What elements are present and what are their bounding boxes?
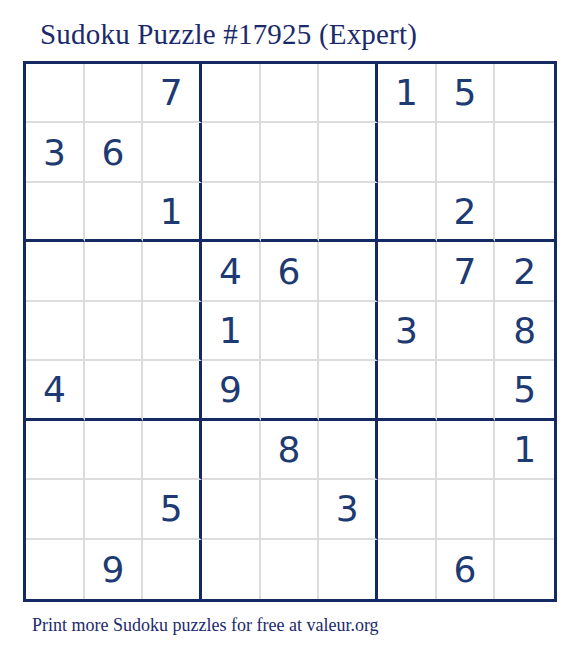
- cell-r6c7: [378, 361, 437, 420]
- cell-r8c7: [378, 480, 437, 539]
- cell-r3c3: 1: [143, 183, 202, 242]
- cell-r8c4: [202, 480, 261, 539]
- cell-r5c2: [85, 302, 144, 361]
- cell-r8c2: [85, 480, 144, 539]
- cell-r6c6: [319, 361, 378, 420]
- cell-r8c3: 5: [143, 480, 202, 539]
- cell-r6c5: [261, 361, 320, 420]
- cell-r7c1: [26, 421, 85, 480]
- cell-r9c5: [261, 540, 320, 599]
- cell-r8c6: 3: [319, 480, 378, 539]
- cell-r1c7: 1: [378, 64, 437, 123]
- cell-r9c8: 6: [437, 540, 496, 599]
- cell-r9c6: [319, 540, 378, 599]
- cell-r1c5: [261, 64, 320, 123]
- cell-r3c8: 2: [437, 183, 496, 242]
- cell-r9c2: 9: [85, 540, 144, 599]
- cell-r5c4: 1: [202, 302, 261, 361]
- cell-r5c8: [437, 302, 496, 361]
- cell-r6c8: [437, 361, 496, 420]
- cell-r1c4: [202, 64, 261, 123]
- cell-r6c3: [143, 361, 202, 420]
- cell-r1c2: [85, 64, 144, 123]
- cell-r4c3: [143, 242, 202, 301]
- cell-r4c4: 4: [202, 242, 261, 301]
- cell-r1c9: [495, 64, 554, 123]
- cell-r7c9: 1: [495, 421, 554, 480]
- cell-r2c1: 3: [26, 123, 85, 182]
- cell-r7c8: [437, 421, 496, 480]
- cell-r3c7: [378, 183, 437, 242]
- cell-r3c2: [85, 183, 144, 242]
- cell-r6c2: [85, 361, 144, 420]
- page-title: Sudoku Puzzle #17925 (Expert): [40, 18, 417, 51]
- cell-r8c9: [495, 480, 554, 539]
- cell-r2c6: [319, 123, 378, 182]
- cell-r8c1: [26, 480, 85, 539]
- cell-r7c7: [378, 421, 437, 480]
- cell-r5c1: [26, 302, 85, 361]
- cell-r4c1: [26, 242, 85, 301]
- cell-r9c3: [143, 540, 202, 599]
- cell-r2c8: [437, 123, 496, 182]
- cell-r4c2: [85, 242, 144, 301]
- cell-r1c6: [319, 64, 378, 123]
- cell-r9c1: [26, 540, 85, 599]
- cell-r4c8: 7: [437, 242, 496, 301]
- cell-r5c5: [261, 302, 320, 361]
- cell-r4c9: 2: [495, 242, 554, 301]
- cell-r1c1: [26, 64, 85, 123]
- cell-r9c7: [378, 540, 437, 599]
- cell-r3c9: [495, 183, 554, 242]
- cell-r2c3: [143, 123, 202, 182]
- cell-r6c4: 9: [202, 361, 261, 420]
- cell-r7c4: [202, 421, 261, 480]
- cell-r4c6: [319, 242, 378, 301]
- cell-r3c6: [319, 183, 378, 242]
- cell-r9c4: [202, 540, 261, 599]
- cell-r2c9: [495, 123, 554, 182]
- cell-r5c6: [319, 302, 378, 361]
- cell-r8c8: [437, 480, 496, 539]
- cell-r3c1: [26, 183, 85, 242]
- cell-r5c9: 8: [495, 302, 554, 361]
- cell-r3c5: [261, 183, 320, 242]
- sudoku-page: Sudoku Puzzle #17925 (Expert) 7153612467…: [0, 0, 580, 651]
- cell-r6c1: 4: [26, 361, 85, 420]
- cell-r1c8: 5: [437, 64, 496, 123]
- cell-r4c7: [378, 242, 437, 301]
- cell-r5c3: [143, 302, 202, 361]
- cell-r3c4: [202, 183, 261, 242]
- cell-r2c5: [261, 123, 320, 182]
- cell-r6c9: 5: [495, 361, 554, 420]
- cell-r2c2: 6: [85, 123, 144, 182]
- cell-r4c5: 6: [261, 242, 320, 301]
- cell-r5c7: 3: [378, 302, 437, 361]
- cell-r8c5: [261, 480, 320, 539]
- sudoku-grid: 71536124672138495815396: [23, 61, 557, 602]
- cell-r7c3: [143, 421, 202, 480]
- cell-r7c6: [319, 421, 378, 480]
- cell-r1c3: 7: [143, 64, 202, 123]
- footer-text: Print more Sudoku puzzles for free at va…: [32, 615, 379, 636]
- cell-r9c9: [495, 540, 554, 599]
- cell-r2c7: [378, 123, 437, 182]
- cell-r7c2: [85, 421, 144, 480]
- cell-r2c4: [202, 123, 261, 182]
- cell-r7c5: 8: [261, 421, 320, 480]
